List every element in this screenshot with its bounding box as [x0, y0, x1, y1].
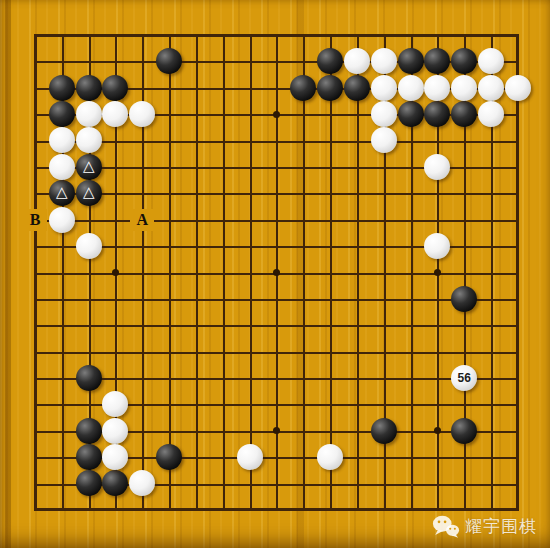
star-point — [434, 269, 441, 276]
stone-black: △ — [76, 154, 102, 180]
star-point — [434, 427, 441, 434]
stone-white — [478, 101, 504, 127]
stone-white — [49, 207, 75, 233]
stone-black: △ — [76, 180, 102, 206]
stone-black — [317, 75, 343, 101]
move-number: 56 — [458, 372, 471, 384]
stone-black — [76, 444, 102, 470]
stone-white — [317, 444, 343, 470]
stone-white — [371, 75, 397, 101]
stone-white — [76, 101, 102, 127]
stone-white — [49, 127, 75, 153]
stone-black — [424, 48, 450, 74]
stone-black — [49, 101, 75, 127]
stone-white — [451, 75, 477, 101]
stone-white — [371, 127, 397, 153]
stone-white — [505, 75, 531, 101]
stone-black: △ — [49, 180, 75, 206]
stone-black — [344, 75, 370, 101]
stone-black — [398, 101, 424, 127]
stone-black — [451, 48, 477, 74]
wechat-icon — [432, 514, 460, 539]
stone-black — [102, 470, 128, 496]
stone-white — [102, 391, 128, 417]
board-label-B: B — [23, 209, 47, 231]
stone-black — [424, 101, 450, 127]
stone-white — [371, 101, 397, 127]
board-label-A: A — [130, 209, 154, 231]
stone-white — [129, 470, 155, 496]
stone-white — [371, 48, 397, 74]
stone-black — [76, 418, 102, 444]
triangle-mark: △ — [83, 185, 95, 200]
stone-white — [398, 75, 424, 101]
stone-black — [76, 75, 102, 101]
stone-black — [451, 418, 477, 444]
stone-black — [290, 75, 316, 101]
stone-white — [102, 444, 128, 470]
triangle-mark: △ — [83, 159, 95, 174]
stone-black — [398, 48, 424, 74]
stone-white — [102, 101, 128, 127]
stone-black — [451, 286, 477, 312]
stone-white — [478, 75, 504, 101]
watermark: 耀宇围棋 — [432, 514, 537, 539]
stone-white — [424, 75, 450, 101]
stone-black — [371, 418, 397, 444]
stone-black — [451, 101, 477, 127]
triangle-mark: △ — [56, 185, 68, 200]
stone-white — [129, 101, 155, 127]
stone-white — [76, 233, 102, 259]
stones-layer[interactable]: △△△56BA — [22, 22, 532, 523]
stone-white — [478, 48, 504, 74]
stone-black — [317, 48, 343, 74]
stone-black — [156, 444, 182, 470]
stone-black — [76, 365, 102, 391]
star-point — [112, 269, 119, 276]
watermark-text: 耀宇围棋 — [465, 515, 537, 538]
stone-white — [76, 127, 102, 153]
stone-black — [102, 75, 128, 101]
stone-white — [102, 418, 128, 444]
stone-white — [344, 48, 370, 74]
stone-white — [49, 154, 75, 180]
stone-black — [49, 75, 75, 101]
stone-white — [237, 444, 263, 470]
stone-white: 56 — [451, 365, 477, 391]
star-point — [273, 111, 280, 118]
star-point — [273, 269, 280, 276]
go-board-canvas: △△△56BA 耀宇围棋 — [0, 0, 550, 548]
stone-black — [76, 470, 102, 496]
stone-white — [424, 233, 450, 259]
star-point — [273, 427, 280, 434]
stone-black — [156, 48, 182, 74]
stone-white — [424, 154, 450, 180]
